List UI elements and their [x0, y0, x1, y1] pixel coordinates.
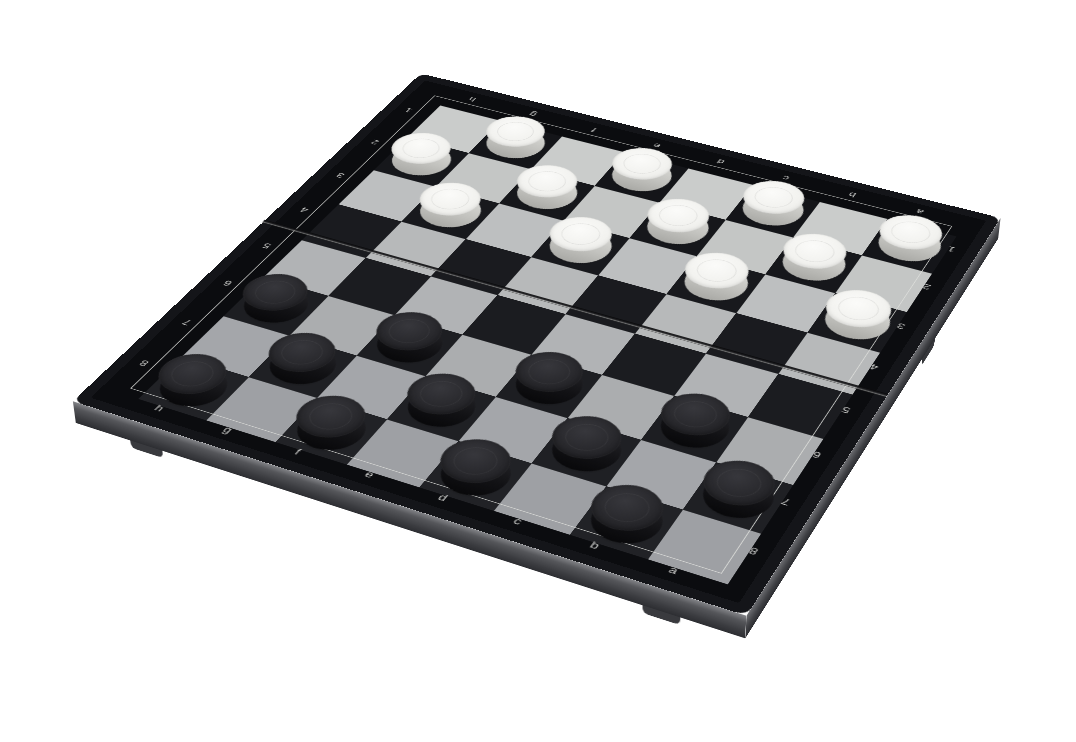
board-clasp [922, 338, 935, 366]
scene: hgfedcba hgfedcba 12345678 12345678 [0, 0, 1076, 742]
checkers-board: hgfedcba hgfedcba 12345678 12345678 [73, 73, 1001, 615]
board-foot [131, 441, 164, 459]
board-print-area: hgfedcba hgfedcba 12345678 12345678 [91, 80, 986, 603]
product-photo-canvas: hgfedcba hgfedcba 12345678 12345678 [0, 0, 1076, 742]
board-foot [643, 605, 681, 625]
